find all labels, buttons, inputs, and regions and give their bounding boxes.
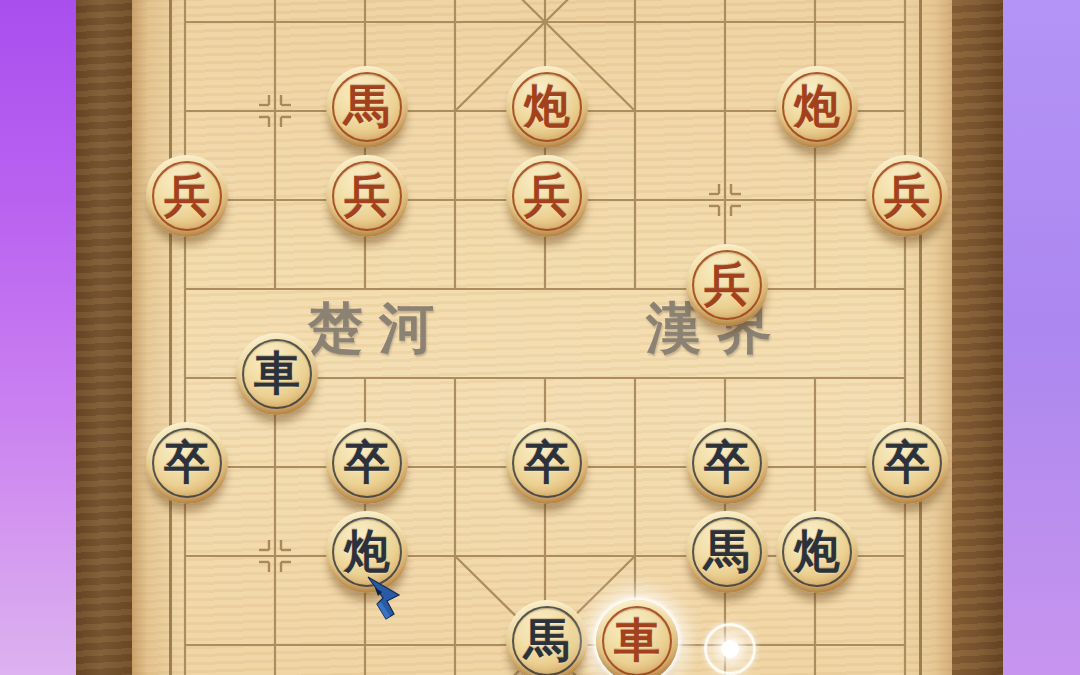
- piece-glyph: 兵: [146, 155, 228, 237]
- piece-glyph: 炮: [506, 66, 588, 148]
- piece-glyph: 卒: [506, 422, 588, 504]
- piece-glyph: 兵: [866, 155, 948, 237]
- piece-black-cannon[interactable]: 炮: [776, 511, 858, 593]
- piece-black-chariot[interactable]: 車: [236, 333, 318, 415]
- piece-glyph: 車: [236, 333, 318, 415]
- move-target-indicator[interactable]: [704, 623, 756, 675]
- mouse-cursor-icon: [366, 576, 402, 620]
- piece-red-soldier[interactable]: 兵: [686, 244, 768, 326]
- board-point: 卒: [862, 423, 952, 512]
- board-point: 炮: [502, 67, 592, 156]
- piece-red-soldier[interactable]: 兵: [506, 155, 588, 237]
- piece-glyph: 馬: [686, 511, 768, 593]
- board-point: 兵: [322, 156, 412, 245]
- board-point: 卒: [682, 423, 772, 512]
- board-point: 卒: [142, 423, 232, 512]
- board-point: 車: [232, 334, 322, 423]
- board-point: 卒: [502, 423, 592, 512]
- piece-red-horse[interactable]: 馬: [326, 66, 408, 148]
- piece-glyph: 兵: [326, 155, 408, 237]
- piece-glyph: 炮: [776, 511, 858, 593]
- piece-black-soldier[interactable]: 卒: [326, 422, 408, 504]
- piece-glyph: 卒: [866, 422, 948, 504]
- board-point: 車: [592, 601, 682, 675]
- piece-glyph: 卒: [686, 422, 768, 504]
- board-point: 兵: [142, 156, 232, 245]
- board-point: 兵: [862, 156, 952, 245]
- piece-glyph: 馬: [506, 600, 588, 675]
- piece-black-soldier[interactable]: 卒: [146, 422, 228, 504]
- board-point: 炮: [772, 512, 862, 601]
- piece-glyph: 卒: [326, 422, 408, 504]
- piece-red-cannon[interactable]: 炮: [506, 66, 588, 148]
- board-point: 馬: [682, 512, 772, 601]
- piece-red-soldier[interactable]: 兵: [866, 155, 948, 237]
- board-frame-left: [76, 0, 132, 675]
- piece-black-soldier[interactable]: 卒: [506, 422, 588, 504]
- xiangqi-game-screen: 楚河 漢界 馬炮炮兵兵兵兵兵車卒卒卒卒卒炮馬炮馬車: [0, 0, 1080, 675]
- piece-black-horse[interactable]: 馬: [686, 511, 768, 593]
- piece-red-cannon[interactable]: 炮: [776, 66, 858, 148]
- board-point: 兵: [682, 245, 772, 334]
- board-point: [682, 601, 772, 675]
- piece-glyph: 兵: [686, 244, 768, 326]
- piece-glyph: 馬: [326, 66, 408, 148]
- piece-black-horse[interactable]: 馬: [506, 600, 588, 675]
- move-target-dot: [721, 640, 739, 658]
- piece-red-chariot[interactable]: 車: [596, 600, 678, 675]
- piece-glyph: 卒: [146, 422, 228, 504]
- piece-glyph: 兵: [506, 155, 588, 237]
- piece-glyph: 炮: [776, 66, 858, 148]
- piece-red-soldier[interactable]: 兵: [326, 155, 408, 237]
- background-left-strip: [0, 0, 76, 675]
- board-point: 炮: [772, 67, 862, 156]
- piece-glyph: 車: [596, 600, 678, 675]
- background-right-strip: [1003, 0, 1080, 675]
- board-point: 兵: [502, 156, 592, 245]
- piece-black-soldier[interactable]: 卒: [686, 422, 768, 504]
- board-frame-right: [952, 0, 1003, 675]
- piece-black-soldier[interactable]: 卒: [866, 422, 948, 504]
- pieces-grid: 馬炮炮兵兵兵兵兵車卒卒卒卒卒炮馬炮馬車: [142, 0, 952, 675]
- piece-red-soldier[interactable]: 兵: [146, 155, 228, 237]
- board-point: 卒: [322, 423, 412, 512]
- board-point: 馬: [322, 67, 412, 156]
- board-point: 馬: [502, 601, 592, 675]
